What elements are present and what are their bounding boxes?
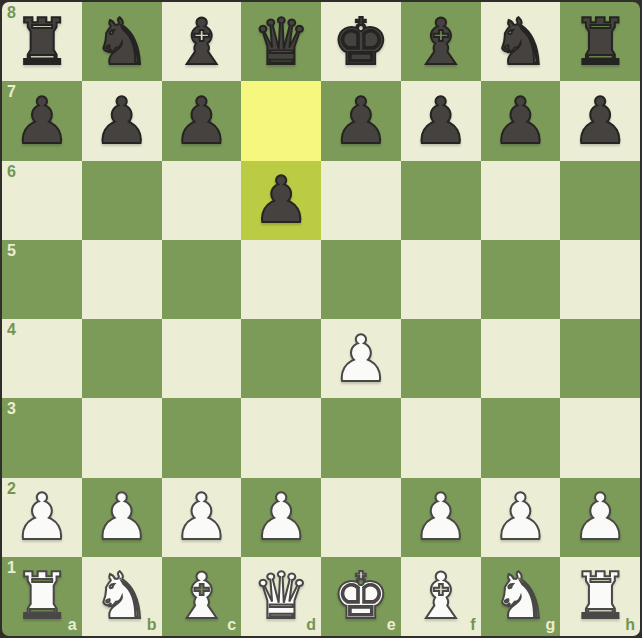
square-a7[interactable]: 7♟ xyxy=(2,81,82,160)
piece-black-pawn[interactable]: ♟ xyxy=(492,89,549,153)
square-c2[interactable]: ♟ xyxy=(162,478,242,557)
square-a3[interactable]: 3 xyxy=(2,398,82,477)
square-g4[interactable] xyxy=(481,319,561,398)
piece-black-knight[interactable]: ♞ xyxy=(93,10,150,74)
piece-white-rook[interactable]: ♜ xyxy=(571,564,628,628)
piece-black-bishop[interactable]: ♝ xyxy=(412,10,469,74)
square-c4[interactable] xyxy=(162,319,242,398)
rank-label-6: 6 xyxy=(7,163,16,181)
square-c5[interactable] xyxy=(162,240,242,319)
square-e7[interactable]: ♟ xyxy=(321,81,401,160)
square-h8[interactable]: ♜ xyxy=(560,2,640,81)
chess-board: 8♜♞♝♛♚♝♞♜7♟♟♟♟♟♟♟6♟54♟32♟♟♟♟♟♟♟1a♜b♞c♝d♛… xyxy=(2,2,640,636)
square-h5[interactable] xyxy=(560,240,640,319)
square-c7[interactable]: ♟ xyxy=(162,81,242,160)
square-f5[interactable] xyxy=(401,240,481,319)
square-f1[interactable]: f♝ xyxy=(401,557,481,636)
square-e4[interactable]: ♟ xyxy=(321,319,401,398)
square-b7[interactable]: ♟ xyxy=(82,81,162,160)
square-e1[interactable]: e♚ xyxy=(321,557,401,636)
square-c8[interactable]: ♝ xyxy=(162,2,242,81)
square-f7[interactable]: ♟ xyxy=(401,81,481,160)
square-b5[interactable] xyxy=(82,240,162,319)
piece-black-queen[interactable]: ♛ xyxy=(252,10,309,74)
square-h6[interactable] xyxy=(560,161,640,240)
square-b2[interactable]: ♟ xyxy=(82,478,162,557)
square-h7[interactable]: ♟ xyxy=(560,81,640,160)
square-f4[interactable] xyxy=(401,319,481,398)
piece-white-pawn[interactable]: ♟ xyxy=(173,485,230,549)
square-h2[interactable]: ♟ xyxy=(560,478,640,557)
square-h4[interactable] xyxy=(560,319,640,398)
square-e2[interactable] xyxy=(321,478,401,557)
piece-black-pawn[interactable]: ♟ xyxy=(332,89,389,153)
square-a8[interactable]: 8♜ xyxy=(2,2,82,81)
square-h1[interactable]: h♜ xyxy=(560,557,640,636)
square-c1[interactable]: c♝ xyxy=(162,557,242,636)
square-f2[interactable]: ♟ xyxy=(401,478,481,557)
piece-black-rook[interactable]: ♜ xyxy=(13,10,70,74)
piece-black-bishop[interactable]: ♝ xyxy=(173,10,230,74)
piece-white-pawn[interactable]: ♟ xyxy=(93,485,150,549)
square-e8[interactable]: ♚ xyxy=(321,2,401,81)
square-a6[interactable]: 6 xyxy=(2,161,82,240)
square-g5[interactable] xyxy=(481,240,561,319)
piece-white-queen[interactable]: ♛ xyxy=(252,564,309,628)
piece-white-pawn[interactable]: ♟ xyxy=(252,485,309,549)
square-b8[interactable]: ♞ xyxy=(82,2,162,81)
square-a1[interactable]: 1a♜ xyxy=(2,557,82,636)
square-d2[interactable]: ♟ xyxy=(241,478,321,557)
piece-white-rook[interactable]: ♜ xyxy=(13,564,70,628)
square-c3[interactable] xyxy=(162,398,242,477)
rank-label-5: 5 xyxy=(7,242,16,260)
square-d1[interactable]: d♛ xyxy=(241,557,321,636)
square-f8[interactable]: ♝ xyxy=(401,2,481,81)
square-b4[interactable] xyxy=(82,319,162,398)
piece-black-pawn[interactable]: ♟ xyxy=(173,89,230,153)
piece-white-pawn[interactable]: ♟ xyxy=(571,485,628,549)
square-g7[interactable]: ♟ xyxy=(481,81,561,160)
square-g8[interactable]: ♞ xyxy=(481,2,561,81)
piece-white-pawn[interactable]: ♟ xyxy=(492,485,549,549)
piece-white-knight[interactable]: ♞ xyxy=(93,564,150,628)
square-a5[interactable]: 5 xyxy=(2,240,82,319)
square-d3[interactable] xyxy=(241,398,321,477)
square-e3[interactable] xyxy=(321,398,401,477)
piece-white-bishop[interactable]: ♝ xyxy=(412,564,469,628)
piece-white-pawn[interactable]: ♟ xyxy=(13,485,70,549)
square-g2[interactable]: ♟ xyxy=(481,478,561,557)
piece-white-pawn[interactable]: ♟ xyxy=(332,327,389,391)
square-b6[interactable] xyxy=(82,161,162,240)
rank-label-3: 3 xyxy=(7,400,16,418)
square-h3[interactable] xyxy=(560,398,640,477)
square-b1[interactable]: b♞ xyxy=(82,557,162,636)
piece-white-pawn[interactable]: ♟ xyxy=(412,485,469,549)
square-d6[interactable]: ♟ xyxy=(241,161,321,240)
square-g3[interactable] xyxy=(481,398,561,477)
piece-black-pawn[interactable]: ♟ xyxy=(13,89,70,153)
square-e6[interactable] xyxy=(321,161,401,240)
piece-white-king[interactable]: ♚ xyxy=(332,564,389,628)
square-d7[interactable] xyxy=(241,81,321,160)
piece-black-knight[interactable]: ♞ xyxy=(492,10,549,74)
piece-black-pawn[interactable]: ♟ xyxy=(571,89,628,153)
square-a4[interactable]: 4 xyxy=(2,319,82,398)
piece-white-knight[interactable]: ♞ xyxy=(492,564,549,628)
file-label-f: f xyxy=(470,616,475,634)
square-e5[interactable] xyxy=(321,240,401,319)
square-b3[interactable] xyxy=(82,398,162,477)
square-c6[interactable] xyxy=(162,161,242,240)
square-d5[interactable] xyxy=(241,240,321,319)
rank-label-4: 4 xyxy=(7,321,16,339)
square-f6[interactable] xyxy=(401,161,481,240)
piece-black-king[interactable]: ♚ xyxy=(332,10,389,74)
square-d8[interactable]: ♛ xyxy=(241,2,321,81)
square-d4[interactable] xyxy=(241,319,321,398)
piece-black-pawn[interactable]: ♟ xyxy=(412,89,469,153)
piece-black-rook[interactable]: ♜ xyxy=(571,10,628,74)
piece-black-pawn[interactable]: ♟ xyxy=(93,89,150,153)
square-a2[interactable]: 2♟ xyxy=(2,478,82,557)
piece-white-bishop[interactable]: ♝ xyxy=(173,564,230,628)
square-g1[interactable]: g♞ xyxy=(481,557,561,636)
piece-black-pawn[interactable]: ♟ xyxy=(252,168,309,232)
board-frame: 8♜♞♝♛♚♝♞♜7♟♟♟♟♟♟♟6♟54♟32♟♟♟♟♟♟♟1a♜b♞c♝d♛… xyxy=(0,0,642,638)
square-g6[interactable] xyxy=(481,161,561,240)
square-f3[interactable] xyxy=(401,398,481,477)
